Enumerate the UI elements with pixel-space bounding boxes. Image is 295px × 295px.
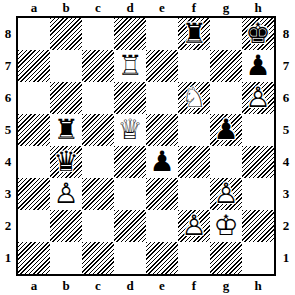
file-labels-top: abcdefgh (18, 0, 274, 16)
square-a8[interactable] (18, 18, 50, 50)
white-rook-piece: ♖ (114, 50, 146, 82)
square-g1[interactable] (210, 242, 242, 274)
square-f5[interactable] (178, 114, 210, 146)
square-a6[interactable] (18, 82, 50, 114)
square-a7[interactable] (18, 50, 50, 82)
square-h5[interactable] (242, 114, 274, 146)
square-a4[interactable] (18, 146, 50, 178)
rank-labels-left: 87654321 (0, 18, 16, 274)
square-d3[interactable] (114, 178, 146, 210)
rank-label-8: 8 (277, 18, 295, 50)
chess-board: ♜♜♚♚♜♖♟♟♞♘♟♙♜♜♛♕♟♟♛♛♟♟♟♙♟♙♟♙♚♔ (16, 16, 276, 276)
file-label-g: g (210, 277, 242, 295)
white-pawn-piece: ♙ (210, 178, 242, 210)
file-label-h: h (242, 277, 274, 295)
black-king-piece: ♚ (242, 18, 274, 50)
square-c3[interactable] (82, 178, 114, 210)
square-g2[interactable]: ♚♔ (210, 210, 242, 242)
square-h1[interactable] (242, 242, 274, 274)
rank-label-2: 2 (0, 210, 16, 242)
square-b3[interactable]: ♟♙ (50, 178, 82, 210)
rank-label-3: 3 (277, 178, 295, 210)
square-a1[interactable] (18, 242, 50, 274)
square-c1[interactable] (82, 242, 114, 274)
white-pawn-piece: ♙ (242, 82, 274, 114)
rank-label-8: 8 (0, 18, 16, 50)
square-h2[interactable] (242, 210, 274, 242)
square-f4[interactable] (178, 146, 210, 178)
rank-label-7: 7 (277, 50, 295, 82)
file-label-c: c (82, 0, 114, 16)
square-a3[interactable] (18, 178, 50, 210)
white-knight-piece: ♘ (178, 82, 210, 114)
square-e5[interactable] (146, 114, 178, 146)
black-pawn-piece: ♟ (210, 114, 242, 146)
rank-labels-right: 87654321 (277, 18, 295, 274)
rank-label-2: 2 (277, 210, 295, 242)
square-g3[interactable]: ♟♙ (210, 178, 242, 210)
square-d6[interactable] (114, 82, 146, 114)
square-c2[interactable] (82, 210, 114, 242)
file-label-d: d (114, 277, 146, 295)
rank-label-4: 4 (0, 146, 16, 178)
rank-label-4: 4 (277, 146, 295, 178)
square-f2[interactable]: ♟♙ (178, 210, 210, 242)
square-c5[interactable] (82, 114, 114, 146)
square-e8[interactable] (146, 18, 178, 50)
square-c4[interactable] (82, 146, 114, 178)
chess-diagram: abcdefgh 87654321 ♜♜♚♚♜♖♟♟♞♘♟♙♜♜♛♕♟♟♛♛♟♟… (0, 0, 295, 295)
file-labels-bottom: abcdefgh (18, 277, 274, 295)
black-queen-piece: ♛ (50, 146, 82, 178)
white-queen-piece: ♕ (114, 114, 146, 146)
square-g5[interactable]: ♟♟ (210, 114, 242, 146)
file-label-a: a (18, 0, 50, 16)
square-e4[interactable]: ♟♟ (146, 146, 178, 178)
square-f3[interactable] (178, 178, 210, 210)
rank-label-6: 6 (0, 82, 16, 114)
file-label-e: e (146, 277, 178, 295)
rank-label-3: 3 (0, 178, 16, 210)
file-label-c: c (82, 277, 114, 295)
square-d4[interactable] (114, 146, 146, 178)
square-b1[interactable] (50, 242, 82, 274)
rank-label-6: 6 (277, 82, 295, 114)
square-b6[interactable] (50, 82, 82, 114)
black-pawn-piece: ♟ (146, 146, 178, 178)
square-c6[interactable] (82, 82, 114, 114)
square-f7[interactable] (178, 50, 210, 82)
square-f8[interactable]: ♜♜ (178, 18, 210, 50)
square-b2[interactable] (50, 210, 82, 242)
square-g4[interactable] (210, 146, 242, 178)
rank-label-5: 5 (0, 114, 16, 146)
file-label-f: f (178, 0, 210, 16)
square-g6[interactable] (210, 82, 242, 114)
square-h8[interactable]: ♚♚ (242, 18, 274, 50)
black-rook-piece: ♜ (178, 18, 210, 50)
file-label-e: e (146, 0, 178, 16)
square-b7[interactable] (50, 50, 82, 82)
square-b4[interactable]: ♛♛ (50, 146, 82, 178)
square-a2[interactable] (18, 210, 50, 242)
black-rook-piece: ♜ (50, 114, 82, 146)
file-label-h: h (242, 0, 274, 16)
file-label-a: a (18, 277, 50, 295)
square-h3[interactable] (242, 178, 274, 210)
square-f6[interactable]: ♞♘ (178, 82, 210, 114)
square-c7[interactable] (82, 50, 114, 82)
square-d7[interactable]: ♜♖ (114, 50, 146, 82)
square-b5[interactable]: ♜♜ (50, 114, 82, 146)
square-e2[interactable] (146, 210, 178, 242)
square-g8[interactable] (210, 18, 242, 50)
file-label-f: f (178, 277, 210, 295)
rank-label-7: 7 (0, 50, 16, 82)
square-h4[interactable] (242, 146, 274, 178)
square-e7[interactable] (146, 50, 178, 82)
rank-label-1: 1 (277, 242, 295, 274)
rank-label-5: 5 (277, 114, 295, 146)
square-e1[interactable] (146, 242, 178, 274)
square-g7[interactable] (210, 50, 242, 82)
square-f1[interactable] (178, 242, 210, 274)
white-pawn-piece: ♙ (178, 210, 210, 242)
square-e6[interactable] (146, 82, 178, 114)
square-d1[interactable] (114, 242, 146, 274)
square-h6[interactable]: ♟♙ (242, 82, 274, 114)
square-c8[interactable] (82, 18, 114, 50)
square-d2[interactable] (114, 210, 146, 242)
square-b8[interactable] (50, 18, 82, 50)
file-label-g: g (210, 0, 242, 16)
file-label-b: b (50, 277, 82, 295)
black-pawn-piece: ♟ (242, 50, 274, 82)
white-king-piece: ♔ (210, 210, 242, 242)
square-e3[interactable] (146, 178, 178, 210)
rank-label-1: 1 (0, 242, 16, 274)
square-h7[interactable]: ♟♟ (242, 50, 274, 82)
file-label-d: d (114, 0, 146, 16)
file-label-b: b (50, 0, 82, 16)
square-d5[interactable]: ♛♕ (114, 114, 146, 146)
white-pawn-piece: ♙ (50, 178, 82, 210)
square-d8[interactable] (114, 18, 146, 50)
square-a5[interactable] (18, 114, 50, 146)
